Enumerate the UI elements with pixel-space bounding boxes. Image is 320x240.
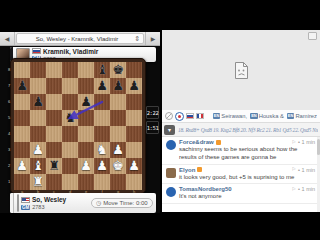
square-e4[interactable]: [78, 126, 94, 142]
flag-france-stream-icon[interactable]: [196, 113, 204, 119]
square-d6[interactable]: [62, 94, 78, 110]
black-pawn: ♟: [128, 78, 140, 94]
clock-icon: ◷: [96, 200, 101, 206]
square-a4[interactable]: [14, 126, 30, 142]
chat-username[interactable]: TomasNordberg50: [179, 186, 232, 192]
square-c7[interactable]: [46, 78, 62, 94]
game-panel: ◀ So, Wesley - Kramnik, Vladimir ⇕ ▶ Kra…: [0, 32, 160, 213]
black-bishop: ♝: [96, 62, 108, 78]
square-f5[interactable]: [94, 110, 110, 126]
black-rook: ♜: [48, 158, 60, 174]
square-c8[interactable]: [46, 62, 62, 78]
square-h1[interactable]: [126, 174, 142, 190]
flag-russia-icon: [32, 48, 41, 54]
black-pawn: ♟: [96, 78, 108, 94]
square-f4[interactable]: [94, 126, 110, 142]
rank-label: 1: [8, 174, 11, 190]
square-h8[interactable]: [126, 62, 142, 78]
broadcast-page: ◀ So, Wesley - Kramnik, Vladimir ⇕ ▶ Kra…: [0, 0, 320, 240]
rank-label: 2: [8, 158, 11, 174]
square-e1[interactable]: [78, 174, 94, 190]
square-c5[interactable]: [46, 110, 62, 126]
square-b6[interactable]: ♟: [30, 94, 46, 110]
game-title: So, Wesley - Kramnik, Vladimir: [20, 36, 134, 42]
flag-russia-stream-icon[interactable]: [186, 113, 194, 119]
rank-label: 8: [8, 62, 11, 78]
square-g3[interactable]: ♟: [110, 142, 126, 158]
black-king: ♚: [112, 62, 124, 78]
square-h6[interactable]: [126, 94, 142, 110]
square-e7[interactable]: [78, 78, 94, 94]
square-g2[interactable]: ♚: [110, 158, 126, 174]
square-e3[interactable]: [78, 142, 94, 158]
square-h3[interactable]: [126, 142, 142, 158]
expand-video-icon[interactable]: [308, 32, 317, 40]
square-f1[interactable]: [94, 174, 110, 190]
white-bishop: ♝: [32, 158, 44, 174]
gm-badge: GM: [21, 205, 30, 210]
chess-board-frame: ♝♚♟♟♟♟♟♟♞♟♞♟♟♝♜♟♟♚♟♜ abcdefgh 87654321: [10, 58, 146, 194]
chat-timestamp: • 1 min: [298, 167, 315, 173]
square-f8[interactable]: ♝: [94, 62, 110, 78]
square-c1[interactable]: [46, 174, 62, 190]
square-a8[interactable]: [14, 62, 30, 78]
square-g1[interactable]: [110, 174, 126, 190]
player-avatar-white: [17, 194, 19, 212]
white-side-indicator: [10, 193, 14, 213]
media-chat-panel: EN Seirawan, EN Houska & EN Ramirez ▾ 18…: [162, 30, 320, 212]
sort-games-icon[interactable]: ⇕: [134, 35, 140, 42]
square-d4[interactable]: [62, 126, 78, 142]
commentator-entry[interactable]: EN Ramirez: [287, 113, 317, 119]
premium-badge-icon: [216, 140, 221, 145]
square-h7[interactable]: ♟: [126, 78, 142, 94]
chat-avatar: [166, 187, 176, 197]
square-h4[interactable]: [126, 126, 142, 142]
player-rating-white: 2783: [32, 204, 44, 210]
chat-avatar: [166, 168, 176, 178]
square-c2[interactable]: ♜: [46, 158, 62, 174]
rank-label: 4: [8, 126, 11, 142]
chat-message: Force&draw ⚐ • 1 min sachinny seems to b…: [162, 137, 320, 165]
black-pawn: ♟: [80, 94, 92, 110]
rank-label: 3: [8, 142, 11, 158]
square-d5[interactable]: ♞: [62, 110, 78, 126]
square-d1[interactable]: [62, 174, 78, 190]
lang-badge: EN: [250, 113, 258, 119]
square-d2[interactable]: [62, 158, 78, 174]
player-name-black: Kramnik, Vladimir: [43, 48, 98, 55]
white-pawn: ♟: [16, 158, 28, 174]
rank-label: 5: [8, 110, 11, 126]
chat-text: sachinny seems to be serious about how t…: [179, 146, 315, 162]
black-knight: ♞: [64, 110, 76, 126]
commentator-entry[interactable]: EN Houska &: [250, 113, 284, 119]
report-flag-icon[interactable]: ⚐: [292, 187, 296, 192]
chat-panel: Force&draw ⚐ • 1 min sachinny seems to b…: [162, 137, 320, 212]
move-list-dropdown-button[interactable]: ▾: [164, 125, 175, 135]
black-pawn: ♟: [16, 78, 28, 94]
video-player[interactable]: [162, 30, 320, 110]
white-pawn: ♟: [128, 158, 140, 174]
square-b4[interactable]: [30, 126, 46, 142]
white-rook: ♜: [32, 174, 44, 190]
square-b7[interactable]: [30, 78, 46, 94]
square-c3[interactable]: [46, 142, 62, 158]
square-f6[interactable]: [94, 94, 110, 110]
game-selector-bar: ◀ So, Wesley - Kramnik, Vladimir ⇕ ▶: [0, 32, 160, 46]
commentator-name: Ramirez: [295, 113, 317, 119]
chat-message: Elyon ⚐ • 1 min it looks very good, but …: [162, 165, 320, 185]
square-a1[interactable]: [14, 174, 30, 190]
square-a6[interactable]: [14, 94, 30, 110]
square-g4[interactable]: [110, 126, 126, 142]
report-flag-icon[interactable]: ⚐: [292, 167, 296, 172]
move-list-bar: ▾ 18. Rxd8+ Qxd8 19. Kxg2 Bf8 20. Nf3 Rc…: [162, 123, 320, 137]
black-pawn: ♟: [112, 78, 124, 94]
commentators-bar: EN Seirawan, EN Houska & EN Ramirez: [162, 110, 320, 123]
square-h2[interactable]: ♟: [126, 158, 142, 174]
clock-black: 2:22: [146, 106, 159, 119]
commentator-name: Seirawan,: [221, 113, 247, 119]
broken-image-icon: [234, 61, 249, 80]
square-a7[interactable]: ♟: [14, 78, 30, 94]
square-b3[interactable]: ♟: [30, 142, 46, 158]
square-g7[interactable]: ♟: [110, 78, 126, 94]
rank-label: 7: [8, 78, 11, 94]
square-c4[interactable]: [46, 126, 62, 142]
chat-username[interactable]: Force&draw: [179, 139, 214, 145]
square-g8[interactable]: ♚: [110, 62, 126, 78]
chess-board[interactable]: ♝♚♟♟♟♟♟♟♞♟♞♟♟♝♜♟♟♚♟♜: [14, 62, 142, 190]
square-h5[interactable]: [126, 110, 142, 126]
white-pawn: ♟: [112, 142, 124, 158]
chat-text: It's not anymore: [179, 193, 315, 201]
next-game-button[interactable]: ▶: [145, 32, 160, 45]
player-card-white: So, Wesley GM 2783 ◷ Move Time: 0:00: [10, 193, 156, 213]
square-b1[interactable]: ♜: [30, 174, 46, 190]
white-pawn: ♟: [80, 158, 92, 174]
black-pawn: ♟: [32, 94, 44, 110]
chat-message: TomasNordberg50 ⚐ • 1 min It's not anymo…: [162, 184, 320, 204]
premium-badge-icon: [197, 167, 202, 172]
white-king: ♚: [112, 158, 124, 174]
mute-audio-icon[interactable]: [165, 112, 173, 120]
white-pawn: ♟: [32, 142, 44, 158]
white-knight: ♞: [96, 142, 108, 158]
square-b8[interactable]: [30, 62, 46, 78]
clock-white: 1:51: [146, 121, 159, 134]
square-d3[interactable]: [62, 142, 78, 158]
square-f2[interactable]: ♟: [94, 158, 110, 174]
square-f3[interactable]: ♞: [94, 142, 110, 158]
square-e6[interactable]: ♟: [78, 94, 94, 110]
flag-usa-icon: [21, 197, 30, 203]
commentary-logo-icon[interactable]: [175, 112, 184, 121]
player-name-white: So, Wesley: [32, 196, 66, 203]
rank-label: 6: [8, 94, 11, 110]
lang-badge: EN: [213, 113, 221, 119]
square-a3[interactable]: [14, 142, 30, 158]
square-e5[interactable]: [78, 110, 94, 126]
square-b5[interactable]: [30, 110, 46, 126]
square-b2[interactable]: ♝: [30, 158, 46, 174]
square-d7[interactable]: [62, 78, 78, 94]
move-list-text[interactable]: 18. Rxd8+ Qxd8 19. Kxg2 Bf8 20. Nf3 Rc2 …: [178, 127, 318, 133]
commentator-entry[interactable]: EN Seirawan,: [213, 113, 247, 119]
prev-game-button[interactable]: ◀: [0, 32, 15, 45]
move-time-label: Move Time: 0:00: [103, 200, 147, 206]
square-e8[interactable]: [78, 62, 94, 78]
chat-timestamp: • 1 min: [298, 139, 315, 145]
square-f7[interactable]: ♟: [94, 78, 110, 94]
lang-badge: EN: [287, 113, 295, 119]
commentator-name: Houska &: [259, 113, 284, 119]
square-a5[interactable]: [14, 110, 30, 126]
move-time-display: ◷ Move Time: 0:00: [91, 198, 153, 208]
square-g6[interactable]: [110, 94, 126, 110]
square-d8[interactable]: [62, 62, 78, 78]
chevron-down-icon: ▾: [168, 126, 171, 133]
chat-timestamp: • 1 min: [298, 186, 315, 192]
game-selector[interactable]: So, Wesley - Kramnik, Vladimir ⇕: [16, 33, 144, 44]
square-a2[interactable]: ♟: [14, 158, 30, 174]
square-g5[interactable]: [110, 110, 126, 126]
square-e2[interactable]: ♟: [78, 158, 94, 174]
chat-avatar: [166, 140, 176, 150]
chat-username[interactable]: Elyon: [179, 167, 195, 173]
square-c6[interactable]: [46, 94, 62, 110]
white-pawn: ♟: [96, 158, 108, 174]
chat-text: it looks very good, but +5 is suprising …: [179, 174, 315, 182]
report-flag-icon[interactable]: ⚐: [292, 140, 296, 145]
